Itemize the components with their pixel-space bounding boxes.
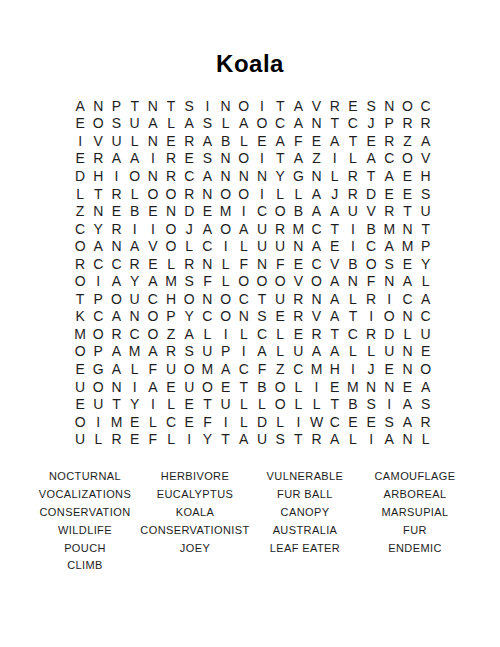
grid-cell-r6c17[interactable]: D [362,185,380,203]
grid-cell-r9c17[interactable]: C [362,237,380,255]
grid-cell-r5c5[interactable]: N [144,167,162,185]
grid-cell-r10c10[interactable]: F [235,255,253,273]
grid-cell-r2c2[interactable]: O [89,115,107,133]
grid-cell-r18c13[interactable]: L [289,395,307,413]
grid-cell-r18c11[interactable]: L [253,395,271,413]
grid-cell-r14c17[interactable]: R [362,325,380,343]
grid-cell-r10c16[interactable]: B [344,255,362,273]
grid-cell-r17c1[interactable]: U [71,378,89,396]
grid-cell-r12c13[interactable]: R [289,290,307,308]
grid-cell-r5c8[interactable]: A [198,167,216,185]
grid-cell-r12c7[interactable]: O [180,290,198,308]
grid-cell-r9c11[interactable]: U [253,237,271,255]
grid-cell-r19c13[interactable]: I [289,413,307,431]
grid-cell-r19c15[interactable]: C [326,413,344,431]
grid-cell-r6c3[interactable]: R [107,185,125,203]
grid-cell-r8c19[interactable]: N [398,220,416,238]
grid-cell-r7c12[interactable]: O [271,202,289,220]
grid-cell-r4c6[interactable]: R [162,150,180,168]
grid-cell-r6c16[interactable]: R [344,185,362,203]
grid-cell-r11c20[interactable]: L [417,272,435,290]
grid-cell-r19c12[interactable]: L [271,413,289,431]
grid-cell-r19c5[interactable]: L [144,413,162,431]
grid-cell-r13c11[interactable]: S [253,308,271,326]
grid-cell-r3c8[interactable]: A [198,132,216,150]
grid-cell-r4c18[interactable]: C [380,150,398,168]
grid-cell-r18c9[interactable]: U [217,395,235,413]
grid-cell-r1c12[interactable]: T [271,97,289,115]
grid-cell-r5c4[interactable]: O [126,167,144,185]
grid-cell-r6c6[interactable]: O [162,185,180,203]
grid-cell-r13c9[interactable]: O [217,308,235,326]
grid-cell-r9c5[interactable]: V [144,237,162,255]
grid-cell-r16c20[interactable]: O [417,360,435,378]
grid-cell-r9c20[interactable]: P [417,237,435,255]
grid-cell-r1c16[interactable]: E [344,97,362,115]
grid-cell-r8c11[interactable]: U [253,220,271,238]
grid-cell-r12c19[interactable]: C [398,290,416,308]
grid-cell-r8c6[interactable]: O [162,220,180,238]
grid-cell-r12c16[interactable]: L [344,290,362,308]
grid-cell-r13c5[interactable]: O [144,308,162,326]
grid-cell-r14c3[interactable]: R [107,325,125,343]
grid-cell-r3c6[interactable]: E [162,132,180,150]
grid-cell-r19c9[interactable]: I [217,413,235,431]
grid-cell-r15c17[interactable]: L [362,343,380,361]
grid-cell-r12c5[interactable]: C [144,290,162,308]
grid-cell-r17c7[interactable]: U [180,378,198,396]
grid-cell-r13c13[interactable]: R [289,308,307,326]
grid-cell-r18c12[interactable]: O [271,395,289,413]
grid-cell-r6c10[interactable]: O [235,185,253,203]
grid-cell-r20c3[interactable]: R [107,430,125,448]
grid-cell-r11c4[interactable]: Y [126,272,144,290]
grid-cell-r12c8[interactable]: N [198,290,216,308]
grid-cell-r5c20[interactable]: H [417,167,435,185]
grid-cell-r18c17[interactable]: S [362,395,380,413]
grid-cell-r11c15[interactable]: A [326,272,344,290]
grid-cell-r2c5[interactable]: A [144,115,162,133]
grid-cell-r14c16[interactable]: C [344,325,362,343]
grid-cell-r10c1[interactable]: R [71,255,89,273]
grid-cell-r10c2[interactable]: C [89,255,107,273]
grid-cell-r7c8[interactable]: E [198,202,216,220]
grid-cell-r1c18[interactable]: N [380,97,398,115]
grid-cell-r13c14[interactable]: V [307,308,325,326]
grid-cell-r13c8[interactable]: C [198,308,216,326]
grid-cell-r11c12[interactable]: O [271,272,289,290]
grid-cell-r1c6[interactable]: T [162,97,180,115]
grid-cell-r11c5[interactable]: A [144,272,162,290]
grid-cell-r13c17[interactable]: I [362,308,380,326]
grid-cell-r9c9[interactable]: I [217,237,235,255]
grid-cell-r17c12[interactable]: O [271,378,289,396]
grid-cell-r7c6[interactable]: N [162,202,180,220]
grid-cell-r19c14[interactable]: W [307,413,325,431]
grid-cell-r4c12[interactable]: T [271,150,289,168]
grid-cell-r15c20[interactable]: E [417,343,435,361]
grid-cell-r7c10[interactable]: I [235,202,253,220]
grid-cell-r5c13[interactable]: G [289,167,307,185]
grid-cell-r16c3[interactable]: A [107,360,125,378]
grid-cell-r10c13[interactable]: E [289,255,307,273]
grid-cell-r18c8[interactable]: T [198,395,216,413]
grid-cell-r8c4[interactable]: I [126,220,144,238]
grid-cell-r17c17[interactable]: N [362,378,380,396]
grid-cell-r4c19[interactable]: O [398,150,416,168]
grid-cell-r5c14[interactable]: N [307,167,325,185]
grid-cell-r18c14[interactable]: L [307,395,325,413]
grid-cell-r9c8[interactable]: C [198,237,216,255]
grid-cell-r18c7[interactable]: E [180,395,198,413]
grid-cell-r6c15[interactable]: J [326,185,344,203]
grid-cell-r12c14[interactable]: N [307,290,325,308]
grid-cell-r14c19[interactable]: L [398,325,416,343]
grid-cell-r20c9[interactable]: T [217,430,235,448]
grid-cell-r9c10[interactable]: L [235,237,253,255]
grid-cell-r13c4[interactable]: N [126,308,144,326]
grid-cell-r6c9[interactable]: O [217,185,235,203]
grid-cell-r17c9[interactable]: E [217,378,235,396]
grid-cell-r4c8[interactable]: S [198,150,216,168]
grid-cell-r14c12[interactable]: L [271,325,289,343]
grid-cell-r15c2[interactable]: P [89,343,107,361]
grid-cell-r7c11[interactable]: C [253,202,271,220]
grid-cell-r12c1[interactable]: T [71,290,89,308]
grid-cell-r5c16[interactable]: R [344,167,362,185]
grid-cell-r20c7[interactable]: I [180,430,198,448]
grid-cell-r1c13[interactable]: A [289,97,307,115]
grid-cell-r14c1[interactable]: M [71,325,89,343]
grid-cell-r2c12[interactable]: C [271,115,289,133]
grid-cell-r14c5[interactable]: O [144,325,162,343]
grid-cell-r7c14[interactable]: A [307,202,325,220]
grid-cell-r10c11[interactable]: N [253,255,271,273]
grid-cell-r12c20[interactable]: A [417,290,435,308]
grid-cell-r10c17[interactable]: O [362,255,380,273]
grid-cell-r7c13[interactable]: B [289,202,307,220]
grid-cell-r17c5[interactable]: A [144,378,162,396]
grid-cell-r12c10[interactable]: C [235,290,253,308]
grid-cell-r14c2[interactable]: O [89,325,107,343]
grid-cell-r12c4[interactable]: U [126,290,144,308]
grid-cell-r19c10[interactable]: L [235,413,253,431]
grid-cell-r4c9[interactable]: N [217,150,235,168]
grid-cell-r5c18[interactable]: A [380,167,398,185]
grid-cell-r10c3[interactable]: C [107,255,125,273]
grid-cell-r10c15[interactable]: V [326,255,344,273]
grid-cell-r20c10[interactable]: A [235,430,253,448]
grid-cell-r4c2[interactable]: R [89,150,107,168]
grid-cell-r19c17[interactable]: E [362,413,380,431]
grid-cell-r20c2[interactable]: L [89,430,107,448]
grid-cell-r2c9[interactable]: L [217,115,235,133]
grid-cell-r13c7[interactable]: Y [180,308,198,326]
grid-cell-r17c11[interactable]: B [253,378,271,396]
grid-cell-r16c12[interactable]: Z [271,360,289,378]
grid-cell-r8c5[interactable]: I [144,220,162,238]
grid-cell-r19c18[interactable]: S [380,413,398,431]
grid-cell-r10c12[interactable]: F [271,255,289,273]
grid-cell-r1c4[interactable]: T [126,97,144,115]
grid-cell-r20c16[interactable]: L [344,430,362,448]
grid-cell-r8c17[interactable]: B [362,220,380,238]
grid-cell-r18c15[interactable]: T [326,395,344,413]
grid-cell-r1c5[interactable]: N [144,97,162,115]
grid-cell-r2c10[interactable]: A [235,115,253,133]
grid-cell-r14c20[interactable]: U [417,325,435,343]
grid-cell-r2c11[interactable]: O [253,115,271,133]
grid-cell-r19c7[interactable]: E [180,413,198,431]
grid-cell-r3c11[interactable]: E [253,132,271,150]
grid-cell-r13c6[interactable]: P [162,308,180,326]
grid-cell-r17c4[interactable]: I [126,378,144,396]
grid-cell-r7c19[interactable]: T [398,202,416,220]
grid-cell-r14c15[interactable]: T [326,325,344,343]
grid-cell-r11c17[interactable]: F [362,272,380,290]
grid-cell-r3c14[interactable]: E [307,132,325,150]
grid-cell-r2c17[interactable]: J [362,115,380,133]
grid-cell-r16c11[interactable]: F [253,360,271,378]
grid-cell-r18c3[interactable]: T [107,395,125,413]
grid-cell-r9c14[interactable]: A [307,237,325,255]
grid-cell-r15c3[interactable]: A [107,343,125,361]
grid-cell-r4c1[interactable]: E [71,150,89,168]
grid-cell-r2c20[interactable]: R [417,115,435,133]
grid-cell-r19c20[interactable]: R [417,413,435,431]
grid-cell-r1c9[interactable]: N [217,97,235,115]
grid-cell-r4c15[interactable]: I [326,150,344,168]
grid-cell-r20c19[interactable]: N [398,430,416,448]
grid-cell-r14c4[interactable]: C [126,325,144,343]
grid-cell-r15c16[interactable]: L [344,343,362,361]
grid-cell-r8c13[interactable]: M [289,220,307,238]
grid-cell-r6c18[interactable]: E [380,185,398,203]
grid-cell-r17c8[interactable]: O [198,378,216,396]
grid-cell-r7c15[interactable]: A [326,202,344,220]
grid-cell-r13c16[interactable]: T [344,308,362,326]
grid-cell-r8c20[interactable]: T [417,220,435,238]
grid-cell-r9c15[interactable]: E [326,237,344,255]
grid-cell-r11c11[interactable]: O [253,272,271,290]
grid-cell-r18c10[interactable]: L [235,395,253,413]
grid-cell-r4c16[interactable]: L [344,150,362,168]
grid-cell-r19c1[interactable]: O [71,413,89,431]
grid-cell-r12c18[interactable]: I [380,290,398,308]
grid-cell-r9c2[interactable]: A [89,237,107,255]
grid-cell-r10c6[interactable]: L [162,255,180,273]
grid-cell-r3c13[interactable]: F [289,132,307,150]
grid-cell-r18c5[interactable]: I [144,395,162,413]
grid-cell-r15c1[interactable]: O [71,343,89,361]
grid-cell-r4c7[interactable]: E [180,150,198,168]
grid-cell-r20c12[interactable]: S [271,430,289,448]
grid-cell-r16c8[interactable]: M [198,360,216,378]
grid-cell-r3c3[interactable]: U [107,132,125,150]
grid-cell-r12c3[interactable]: O [107,290,125,308]
grid-cell-r20c20[interactable]: L [417,430,435,448]
grid-cell-r5c9[interactable]: N [217,167,235,185]
grid-cell-r10c8[interactable]: N [198,255,216,273]
grid-cell-r6c12[interactable]: L [271,185,289,203]
grid-cell-r15c11[interactable]: A [253,343,271,361]
grid-cell-r3c4[interactable]: L [126,132,144,150]
grid-cell-r5c19[interactable]: E [398,167,416,185]
grid-cell-r12c2[interactable]: P [89,290,107,308]
grid-cell-r20c15[interactable]: A [326,430,344,448]
grid-cell-r16c15[interactable]: H [326,360,344,378]
grid-cell-r7c1[interactable]: Z [71,202,89,220]
grid-cell-r20c8[interactable]: Y [198,430,216,448]
grid-cell-r18c6[interactable]: L [162,395,180,413]
grid-cell-r19c2[interactable]: I [89,413,107,431]
grid-cell-r2c15[interactable]: T [326,115,344,133]
grid-cell-r8c2[interactable]: Y [89,220,107,238]
grid-cell-r11c2[interactable]: I [89,272,107,290]
grid-cell-r7c16[interactable]: U [344,202,362,220]
grid-cell-r6c19[interactable]: E [398,185,416,203]
grid-cell-r16c14[interactable]: M [307,360,325,378]
grid-cell-r4c17[interactable]: A [362,150,380,168]
grid-cell-r10c14[interactable]: C [307,255,325,273]
grid-cell-r9c1[interactable]: O [71,237,89,255]
grid-cell-r18c4[interactable]: Y [126,395,144,413]
grid-cell-r5c17[interactable]: T [362,167,380,185]
grid-cell-r3c5[interactable]: N [144,132,162,150]
grid-cell-r15c7[interactable]: S [180,343,198,361]
grid-cell-r5c1[interactable]: D [71,167,89,185]
grid-cell-r4c3[interactable]: A [107,150,125,168]
grid-cell-r19c11[interactable]: D [253,413,271,431]
grid-cell-r14c9[interactable]: I [217,325,235,343]
grid-cell-r12c9[interactable]: O [217,290,235,308]
grid-cell-r3c12[interactable]: A [271,132,289,150]
grid-cell-r14c14[interactable]: R [307,325,325,343]
grid-cell-r6c13[interactable]: L [289,185,307,203]
grid-cell-r20c11[interactable]: U [253,430,271,448]
grid-cell-r8c15[interactable]: T [326,220,344,238]
grid-cell-r3c1[interactable]: I [71,132,89,150]
grid-cell-r13c1[interactable]: K [71,308,89,326]
grid-cell-r6c8[interactable]: N [198,185,216,203]
grid-cell-r9c18[interactable]: A [380,237,398,255]
grid-cell-r17c13[interactable]: L [289,378,307,396]
grid-cell-r11c18[interactable]: N [380,272,398,290]
grid-cell-r6c20[interactable]: S [417,185,435,203]
grid-cell-r1c3[interactable]: P [107,97,125,115]
grid-cell-r3c17[interactable]: E [362,132,380,150]
grid-cell-r1c1[interactable]: A [71,97,89,115]
grid-cell-r4c20[interactable]: V [417,150,435,168]
grid-cell-r11c14[interactable]: O [307,272,325,290]
grid-cell-r20c6[interactable]: L [162,430,180,448]
grid-cell-r14c7[interactable]: A [180,325,198,343]
grid-cell-r17c16[interactable]: M [344,378,362,396]
grid-cell-r11c3[interactable]: A [107,272,125,290]
grid-cell-r7c2[interactable]: N [89,202,107,220]
grid-cell-r2c13[interactable]: A [289,115,307,133]
grid-cell-r14c10[interactable]: L [235,325,253,343]
grid-cell-r9c19[interactable]: M [398,237,416,255]
grid-cell-r16c18[interactable]: E [380,360,398,378]
grid-cell-r5c12[interactable]: Y [271,167,289,185]
grid-cell-r2c1[interactable]: E [71,115,89,133]
grid-cell-r10c20[interactable]: Y [417,255,435,273]
grid-cell-r16c16[interactable]: I [344,360,362,378]
grid-cell-r8c9[interactable]: O [217,220,235,238]
grid-cell-r15c10[interactable]: I [235,343,253,361]
grid-cell-r16c7[interactable]: O [180,360,198,378]
grid-cell-r12c6[interactable]: H [162,290,180,308]
grid-cell-r7c5[interactable]: E [144,202,162,220]
grid-cell-r17c15[interactable]: E [326,378,344,396]
grid-cell-r2c6[interactable]: L [162,115,180,133]
grid-cell-r10c4[interactable]: R [126,255,144,273]
grid-cell-r15c6[interactable]: R [162,343,180,361]
grid-cell-r13c3[interactable]: A [107,308,125,326]
grid-cell-r9c7[interactable]: L [180,237,198,255]
grid-cell-r20c14[interactable]: R [307,430,325,448]
grid-cell-r6c2[interactable]: T [89,185,107,203]
grid-cell-r20c4[interactable]: E [126,430,144,448]
grid-cell-r8c18[interactable]: M [380,220,398,238]
grid-cell-r4c13[interactable]: A [289,150,307,168]
grid-cell-r9c3[interactable]: N [107,237,125,255]
grid-cell-r1c19[interactable]: O [398,97,416,115]
grid-cell-r20c17[interactable]: I [362,430,380,448]
grid-cell-r17c6[interactable]: E [162,378,180,396]
grid-cell-r16c5[interactable]: F [144,360,162,378]
grid-cell-r11c8[interactable]: F [198,272,216,290]
grid-cell-r8c1[interactable]: C [71,220,89,238]
grid-cell-r9c13[interactable]: N [289,237,307,255]
grid-cell-r14c18[interactable]: D [380,325,398,343]
grid-cell-r2c18[interactable]: P [380,115,398,133]
grid-cell-r15c9[interactable]: P [217,343,235,361]
grid-cell-r19c16[interactable]: E [344,413,362,431]
grid-cell-r1c10[interactable]: O [235,97,253,115]
grid-cell-r16c9[interactable]: A [217,360,235,378]
grid-cell-r19c6[interactable]: C [162,413,180,431]
grid-cell-r8c12[interactable]: R [271,220,289,238]
grid-cell-r19c4[interactable]: E [126,413,144,431]
grid-cell-r17c14[interactable]: I [307,378,325,396]
grid-cell-r16c17[interactable]: J [362,360,380,378]
grid-cell-r11c13[interactable]: V [289,272,307,290]
grid-cell-r20c5[interactable]: F [144,430,162,448]
grid-cell-r6c4[interactable]: L [126,185,144,203]
grid-cell-r6c14[interactable]: A [307,185,325,203]
grid-cell-r2c7[interactable]: A [180,115,198,133]
grid-cell-r10c5[interactable]: E [144,255,162,273]
grid-cell-r7c17[interactable]: V [362,202,380,220]
grid-cell-r11c7[interactable]: S [180,272,198,290]
grid-cell-r15c13[interactable]: U [289,343,307,361]
grid-cell-r13c10[interactable]: N [235,308,253,326]
grid-cell-r2c14[interactable]: N [307,115,325,133]
grid-cell-r16c10[interactable]: C [235,360,253,378]
grid-cell-r1c7[interactable]: S [180,97,198,115]
grid-cell-r16c2[interactable]: G [89,360,107,378]
grid-cell-r2c16[interactable]: C [344,115,362,133]
grid-cell-r2c3[interactable]: S [107,115,125,133]
grid-cell-r6c5[interactable]: O [144,185,162,203]
grid-cell-r6c7[interactable]: R [180,185,198,203]
grid-cell-r9c4[interactable]: A [126,237,144,255]
grid-cell-r17c18[interactable]: N [380,378,398,396]
grid-cell-r7c18[interactable]: R [380,202,398,220]
grid-cell-r1c14[interactable]: V [307,97,325,115]
